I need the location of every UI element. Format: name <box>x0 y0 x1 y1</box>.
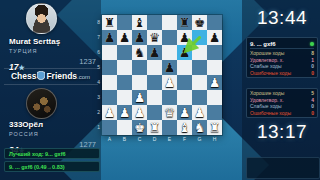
square-h7[interactable]: ♟ <box>207 30 222 45</box>
square-c8[interactable]: ♝ <box>132 15 147 30</box>
white-rook: ♜ <box>207 120 222 135</box>
square-g3[interactable] <box>192 90 207 105</box>
square-e2[interactable]: ♛ <box>162 105 177 120</box>
square-d3[interactable] <box>147 90 162 105</box>
square-e8[interactable] <box>162 15 177 30</box>
square-f3[interactable] <box>177 90 192 105</box>
black-pawn: ♟ <box>177 45 192 60</box>
square-f7[interactable]: ♟ <box>177 30 192 45</box>
square-g5[interactable] <box>192 60 207 75</box>
move-stats-panel-bottom: Хорошие ходы 5 Удовлетвор. х. 4 Слабые х… <box>246 88 318 118</box>
square-f4[interactable] <box>177 75 192 90</box>
square-e5[interactable]: ♟ <box>162 60 177 75</box>
rank-label: 7 <box>94 30 100 45</box>
white-queen: ♛ <box>162 105 177 120</box>
square-h5[interactable] <box>207 60 222 75</box>
square-h8[interactable] <box>207 15 222 30</box>
square-a5[interactable] <box>102 60 117 75</box>
square-g7[interactable] <box>192 30 207 45</box>
square-b7[interactable]: ♟ <box>117 30 132 45</box>
rank-label: 8 <box>94 15 100 30</box>
white-pawn: ♟ <box>132 105 147 120</box>
black-knight: ♞ <box>132 45 147 60</box>
square-d8[interactable] <box>147 15 162 30</box>
white-king: ♚ <box>132 120 147 135</box>
file-label: D <box>147 136 162 142</box>
square-h4[interactable]: ♟ <box>207 75 222 90</box>
square-h1[interactable]: ♜ <box>207 120 222 135</box>
square-a7[interactable]: ♟ <box>102 30 117 45</box>
square-c7[interactable]: ♟ <box>132 30 147 45</box>
move-stats-header: 9. ... gxf6 <box>250 39 314 49</box>
black-rook: ♜ <box>177 15 192 30</box>
square-g6[interactable] <box>192 45 207 60</box>
rank-label: 4 <box>94 75 100 90</box>
black-pawn: ♟ <box>177 30 192 45</box>
player-top-country: ТУРЦИЯ <box>9 48 99 54</box>
square-e1[interactable] <box>162 120 177 135</box>
rank-label: 6 <box>94 45 100 60</box>
square-f8[interactable]: ♜ <box>177 15 192 30</box>
black-pawn: ♟ <box>147 45 162 60</box>
square-b2[interactable]: ♟ <box>117 105 132 120</box>
move-quality-dot <box>310 42 314 46</box>
file-label: G <box>192 136 207 142</box>
white-pawn: ♟ <box>102 105 117 120</box>
white-bishop: ♝ <box>177 120 192 135</box>
square-a4[interactable] <box>102 75 117 90</box>
player-top-name[interactable]: Murat Serttaş <box>9 37 99 46</box>
square-g2[interactable]: ♟ <box>192 105 207 120</box>
black-queen: ♛ <box>147 30 162 45</box>
square-d5[interactable] <box>147 60 162 75</box>
chess-board: ♜♝♜♚♟♟♟♛♟♟♞♟♟♟♟♟♟♟♟♟♛♟♟♚♜♝♞♜ <box>102 15 222 135</box>
player-bottom-country: РОССИЯ <box>9 131 99 137</box>
square-g4[interactable] <box>192 75 207 90</box>
stat-label: Ошибочные ходы <box>250 70 291 77</box>
file-labels: ABCDEFGH <box>102 136 222 142</box>
stat-value: 0 <box>311 110 314 117</box>
square-f1[interactable]: ♝ <box>177 120 192 135</box>
black-bishop: ♝ <box>132 15 147 30</box>
square-e7[interactable] <box>162 30 177 45</box>
square-g8[interactable]: ♚ <box>192 15 207 30</box>
black-pawn: ♟ <box>102 30 117 45</box>
divider <box>4 84 98 85</box>
app-window: Murat Serttaş ТУРЦИЯ 17★ 1237 ChessFrien… <box>0 0 320 180</box>
white-pawn: ♟ <box>132 90 147 105</box>
square-c2[interactable]: ♟ <box>132 105 147 120</box>
stat-row-bad: Ошибочные ходы 0 <box>250 70 314 77</box>
rank-label: 5 <box>94 60 100 75</box>
square-c5[interactable] <box>132 60 147 75</box>
black-pawn: ♟ <box>132 30 147 45</box>
rank-label: 3 <box>94 90 100 105</box>
square-a3[interactable] <box>102 90 117 105</box>
file-label: H <box>207 136 222 142</box>
square-g1[interactable]: ♞ <box>192 120 207 135</box>
best-move-hint: Лучший ход: 9... gxf6 <box>4 148 100 159</box>
avatar-player-bottom[interactable] <box>26 88 57 119</box>
square-d2[interactable] <box>147 105 162 120</box>
black-pawn: ♟ <box>207 30 222 45</box>
square-b6[interactable] <box>117 45 132 60</box>
stat-label: Ошибочные ходы <box>250 110 291 117</box>
white-rook: ♜ <box>147 120 162 135</box>
black-rook: ♜ <box>102 15 117 30</box>
square-f2[interactable]: ♟ <box>177 105 192 120</box>
square-a6[interactable] <box>102 45 117 60</box>
file-label: E <box>162 136 177 142</box>
square-d4[interactable] <box>147 75 162 90</box>
square-d7[interactable]: ♛ <box>147 30 162 45</box>
chessfriends-logo[interactable]: ChessFriends.com <box>0 71 101 81</box>
file-label: B <box>117 136 132 142</box>
file-label: C <box>132 136 147 142</box>
player-bottom-name[interactable]: 333Орёл <box>9 120 99 129</box>
white-pawn: ♟ <box>207 75 222 90</box>
square-c4[interactable] <box>132 75 147 90</box>
square-h2[interactable] <box>207 105 222 120</box>
square-h6[interactable] <box>207 45 222 60</box>
chat-panel[interactable] <box>246 157 320 179</box>
black-pawn: ♟ <box>117 30 132 45</box>
white-knight: ♞ <box>192 120 207 135</box>
square-b8[interactable] <box>117 15 132 30</box>
move-stats-panel-top: 9. ... gxf6 Хорошие ходы 8 Удовлетвор. х… <box>246 37 318 78</box>
rank-label: 2 <box>94 105 100 120</box>
move-list-entry[interactable]: 9. ... gxf6 (0.49→0.83) <box>4 161 100 172</box>
square-c1[interactable]: ♚ <box>132 120 147 135</box>
square-b1[interactable] <box>117 120 132 135</box>
player-top-rating-row: 17★ 1237 <box>9 56 96 66</box>
square-d6[interactable]: ♟ <box>147 45 162 60</box>
square-f5[interactable] <box>177 60 192 75</box>
rank-labels: 87654321 <box>94 15 100 135</box>
square-d1[interactable]: ♜ <box>147 120 162 135</box>
square-e6[interactable] <box>162 45 177 60</box>
square-a8[interactable]: ♜ <box>102 15 117 30</box>
square-f6[interactable]: ♟ <box>177 45 192 60</box>
clock-bottom: 13:17 <box>246 121 318 143</box>
avatar-player-top[interactable] <box>26 3 57 34</box>
square-c6[interactable]: ♞ <box>132 45 147 60</box>
square-a2[interactable]: ♟ <box>102 105 117 120</box>
rank-label: 1 <box>94 120 100 135</box>
square-b5[interactable] <box>117 60 132 75</box>
white-pawn: ♟ <box>162 75 177 90</box>
black-pawn: ♟ <box>162 60 177 75</box>
square-e4[interactable]: ♟ <box>162 75 177 90</box>
file-label: F <box>177 136 192 142</box>
white-pawn: ♟ <box>177 105 192 120</box>
shield-icon <box>37 71 45 80</box>
white-pawn: ♟ <box>117 105 132 120</box>
square-h3[interactable] <box>207 90 222 105</box>
clock-top: 13:44 <box>246 7 318 29</box>
divider <box>4 68 98 69</box>
white-pawn: ♟ <box>192 105 207 120</box>
last-move-label: 9. ... gxf6 <box>250 41 276 47</box>
square-b3[interactable] <box>117 90 132 105</box>
stat-row-bad: Ошибочные ходы 0 <box>250 110 314 117</box>
square-c3[interactable]: ♟ <box>132 90 147 105</box>
square-a1[interactable] <box>102 120 117 135</box>
stat-value: 0 <box>311 70 314 77</box>
file-label: A <box>102 136 117 142</box>
square-e3[interactable] <box>162 90 177 105</box>
black-king: ♚ <box>192 15 207 30</box>
square-b4[interactable] <box>117 75 132 90</box>
